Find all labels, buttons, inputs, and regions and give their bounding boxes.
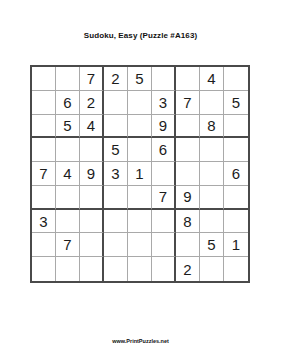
cell-r9c4[interactable] [104,257,128,281]
cell-r7c1[interactable]: 3 [32,210,56,234]
cell-r7c7[interactable]: 8 [176,210,200,234]
cell-r9c8[interactable] [200,257,224,281]
cell-r5c3[interactable]: 9 [80,162,104,186]
cell-r5c6[interactable] [152,162,176,186]
cell-r5c9[interactable]: 6 [224,162,248,186]
cell-r2c3[interactable]: 2 [80,91,104,115]
cell-r2c5[interactable] [128,91,152,115]
cell-r7c9[interactable] [224,210,248,234]
cell-r9c6[interactable] [152,257,176,281]
cell-r1c8[interactable]: 4 [200,67,224,91]
cell-r7c5[interactable] [128,210,152,234]
cell-r8c6[interactable] [152,233,176,257]
cell-r8c1[interactable] [32,233,56,257]
cell-r7c4[interactable] [104,210,128,234]
cell-r1c9[interactable] [224,67,248,91]
cell-r6c1[interactable] [32,186,56,210]
cell-r2c1[interactable] [32,91,56,115]
cell-r3c8[interactable]: 8 [200,115,224,139]
cell-r1c2[interactable] [56,67,80,91]
cell-r6c2[interactable] [56,186,80,210]
cell-r3c3[interactable]: 4 [80,115,104,139]
page-title: Sudoku, Easy (Puzzle #A163) [0,31,281,40]
cell-r1c4[interactable]: 2 [104,67,128,91]
cell-r5c8[interactable] [200,162,224,186]
cell-r2c9[interactable]: 5 [224,91,248,115]
cell-r8c5[interactable] [128,233,152,257]
sudoku-page: Sudoku, Easy (Puzzle #A163) 725462375549… [0,0,281,363]
cell-r5c7[interactable] [176,162,200,186]
footer-watermark: www.PrintPuzzles.net [0,338,281,344]
cell-r3c4[interactable] [104,115,128,139]
cell-r5c5[interactable]: 1 [128,162,152,186]
cell-r6c7[interactable]: 9 [176,186,200,210]
cell-r8c2[interactable]: 7 [56,233,80,257]
cell-r2c8[interactable] [200,91,224,115]
cell-r9c3[interactable] [80,257,104,281]
cell-r9c1[interactable] [32,257,56,281]
cell-r4c5[interactable] [128,138,152,162]
cell-r6c5[interactable] [128,186,152,210]
cell-r6c3[interactable] [80,186,104,210]
cell-r6c4[interactable] [104,186,128,210]
cell-r8c9[interactable]: 1 [224,233,248,257]
cell-r3c9[interactable] [224,115,248,139]
cell-r9c7[interactable]: 2 [176,257,200,281]
cell-r8c4[interactable] [104,233,128,257]
cell-r4c9[interactable] [224,138,248,162]
cell-r6c8[interactable] [200,186,224,210]
cell-r1c5[interactable]: 5 [128,67,152,91]
sudoku-board: 72546237554985674931679387512 [30,65,250,283]
cell-r3c7[interactable] [176,115,200,139]
cell-r6c9[interactable] [224,186,248,210]
cell-r4c8[interactable] [200,138,224,162]
cell-r4c4[interactable]: 5 [104,138,128,162]
cell-r4c1[interactable] [32,138,56,162]
cell-r7c3[interactable] [80,210,104,234]
cell-r4c7[interactable] [176,138,200,162]
cell-r4c6[interactable]: 6 [152,138,176,162]
cell-r9c9[interactable] [224,257,248,281]
cell-r7c2[interactable] [56,210,80,234]
cell-r2c6[interactable]: 3 [152,91,176,115]
cell-r5c2[interactable]: 4 [56,162,80,186]
cell-r3c6[interactable]: 9 [152,115,176,139]
cell-r9c2[interactable] [56,257,80,281]
cell-r7c6[interactable] [152,210,176,234]
cell-r7c8[interactable] [200,210,224,234]
cell-r5c1[interactable]: 7 [32,162,56,186]
cell-r4c2[interactable] [56,138,80,162]
cell-r3c2[interactable]: 5 [56,115,80,139]
cell-r1c1[interactable] [32,67,56,91]
cell-r2c4[interactable] [104,91,128,115]
cell-r8c3[interactable] [80,233,104,257]
cell-r1c6[interactable] [152,67,176,91]
cell-r1c3[interactable]: 7 [80,67,104,91]
cell-r1c7[interactable] [176,67,200,91]
cell-r6c6[interactable]: 7 [152,186,176,210]
cell-r5c4[interactable]: 3 [104,162,128,186]
cell-r2c7[interactable]: 7 [176,91,200,115]
cell-r4c3[interactable] [80,138,104,162]
cell-r9c5[interactable] [128,257,152,281]
cell-r3c5[interactable] [128,115,152,139]
cell-r8c8[interactable]: 5 [200,233,224,257]
cell-r8c7[interactable] [176,233,200,257]
cell-r2c2[interactable]: 6 [56,91,80,115]
cell-r3c1[interactable] [32,115,56,139]
